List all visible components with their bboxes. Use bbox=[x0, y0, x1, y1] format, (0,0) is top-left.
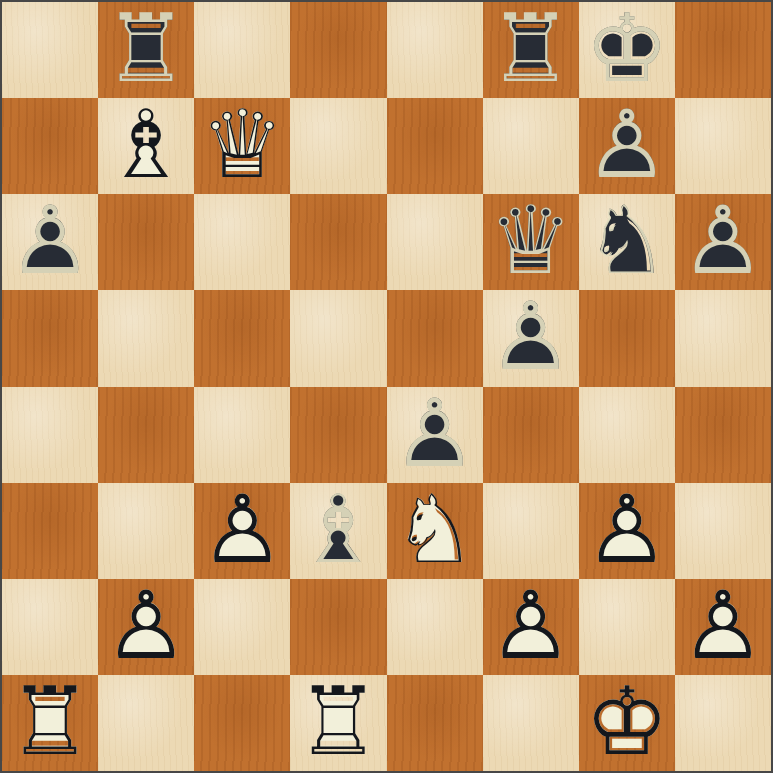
square-g3[interactable]: ♟♙ bbox=[579, 483, 675, 579]
square-c7[interactable]: ♛♕ bbox=[194, 98, 290, 194]
square-f6[interactable]: ♛♕ bbox=[483, 194, 579, 290]
square-d4[interactable] bbox=[290, 387, 386, 483]
square-g4[interactable] bbox=[579, 387, 675, 483]
square-f1[interactable] bbox=[483, 675, 579, 771]
square-e6[interactable] bbox=[387, 194, 483, 290]
square-h6[interactable]: ♟♙ bbox=[675, 194, 771, 290]
piece-black-queen-f6[interactable]: ♛♕ bbox=[483, 194, 579, 290]
piece-white-queen-c7[interactable]: ♛♕ bbox=[194, 98, 290, 194]
piece-black-knight-g6[interactable]: ♞♘ bbox=[579, 194, 675, 290]
square-h4[interactable] bbox=[675, 387, 771, 483]
piece-black-pawn-f5[interactable]: ♟♙ bbox=[483, 290, 579, 386]
chess-app: ♜♖♜♖♚♔♝♗♛♕♟♙♟♙♛♕♞♘♟♙♟♙♟♙♟♙♝♗♞♘♟♙♟♙♟♙♟♙♜♖… bbox=[0, 0, 773, 773]
piece-black-pawn-h6[interactable]: ♟♙ bbox=[675, 194, 771, 290]
square-e2[interactable] bbox=[387, 579, 483, 675]
square-a6[interactable]: ♟♙ bbox=[2, 194, 98, 290]
piece-white-pawn-b2[interactable]: ♟♙ bbox=[98, 579, 194, 675]
square-f4[interactable] bbox=[483, 387, 579, 483]
square-e4[interactable]: ♟♙ bbox=[387, 387, 483, 483]
square-h3[interactable] bbox=[675, 483, 771, 579]
square-b3[interactable] bbox=[98, 483, 194, 579]
square-f3[interactable] bbox=[483, 483, 579, 579]
square-b2[interactable]: ♟♙ bbox=[98, 579, 194, 675]
chess-board: ♜♖♜♖♚♔♝♗♛♕♟♙♟♙♛♕♞♘♟♙♟♙♟♙♟♙♝♗♞♘♟♙♟♙♟♙♟♙♜♖… bbox=[0, 0, 773, 773]
square-g1[interactable]: ♚♔ bbox=[579, 675, 675, 771]
square-e1[interactable] bbox=[387, 675, 483, 771]
square-h2[interactable]: ♟♙ bbox=[675, 579, 771, 675]
square-d7[interactable] bbox=[290, 98, 386, 194]
black-rook-outline-icon: ♖ bbox=[483, 1, 579, 97]
black-pawn-outline-icon: ♙ bbox=[387, 386, 483, 482]
square-g5[interactable] bbox=[579, 290, 675, 386]
square-c8[interactable] bbox=[194, 2, 290, 98]
square-a1[interactable]: ♜♖ bbox=[2, 675, 98, 771]
piece-white-knight-e3[interactable]: ♞♘ bbox=[387, 483, 483, 579]
square-a2[interactable] bbox=[2, 579, 98, 675]
piece-white-pawn-g3[interactable]: ♟♙ bbox=[579, 483, 675, 579]
white-pawn-outline-icon: ♙ bbox=[483, 578, 579, 674]
piece-white-pawn-c3[interactable]: ♟♙ bbox=[194, 483, 290, 579]
square-f7[interactable] bbox=[483, 98, 579, 194]
square-f2[interactable]: ♟♙ bbox=[483, 579, 579, 675]
black-pawn-outline-icon: ♙ bbox=[579, 97, 675, 193]
square-b5[interactable] bbox=[98, 290, 194, 386]
square-f5[interactable]: ♟♙ bbox=[483, 290, 579, 386]
square-d1[interactable]: ♜♖ bbox=[290, 675, 386, 771]
square-b7[interactable]: ♝♗ bbox=[98, 98, 194, 194]
white-rook-outline-icon: ♖ bbox=[2, 674, 98, 770]
square-h8[interactable] bbox=[675, 2, 771, 98]
piece-black-pawn-e4[interactable]: ♟♙ bbox=[387, 387, 483, 483]
square-a3[interactable] bbox=[2, 483, 98, 579]
square-d2[interactable] bbox=[290, 579, 386, 675]
square-h1[interactable] bbox=[675, 675, 771, 771]
piece-black-rook-b8[interactable]: ♜♖ bbox=[98, 2, 194, 98]
black-bishop-outline-icon: ♗ bbox=[290, 482, 386, 578]
piece-black-bishop-d3[interactable]: ♝♗ bbox=[290, 483, 386, 579]
square-e8[interactable] bbox=[387, 2, 483, 98]
square-a7[interactable] bbox=[2, 98, 98, 194]
square-d3[interactable]: ♝♗ bbox=[290, 483, 386, 579]
black-rook-outline-icon: ♖ bbox=[98, 1, 194, 97]
square-d5[interactable] bbox=[290, 290, 386, 386]
black-king-outline-icon: ♔ bbox=[579, 1, 675, 97]
square-h5[interactable] bbox=[675, 290, 771, 386]
white-pawn-outline-icon: ♙ bbox=[675, 578, 771, 674]
square-c3[interactable]: ♟♙ bbox=[194, 483, 290, 579]
piece-white-king-g1[interactable]: ♚♔ bbox=[579, 675, 675, 771]
square-b1[interactable] bbox=[98, 675, 194, 771]
square-f8[interactable]: ♜♖ bbox=[483, 2, 579, 98]
black-knight-outline-icon: ♘ bbox=[579, 193, 675, 289]
square-a4[interactable] bbox=[2, 387, 98, 483]
square-b6[interactable] bbox=[98, 194, 194, 290]
black-pawn-outline-icon: ♙ bbox=[2, 193, 98, 289]
black-pawn-outline-icon: ♙ bbox=[483, 289, 579, 385]
piece-white-bishop-b7[interactable]: ♝♗ bbox=[98, 98, 194, 194]
piece-white-rook-d1[interactable]: ♜♖ bbox=[290, 675, 386, 771]
piece-black-king-g8[interactable]: ♚♔ bbox=[579, 2, 675, 98]
piece-white-pawn-f2[interactable]: ♟♙ bbox=[483, 579, 579, 675]
square-e5[interactable] bbox=[387, 290, 483, 386]
square-g8[interactable]: ♚♔ bbox=[579, 2, 675, 98]
white-pawn-outline-icon: ♙ bbox=[98, 578, 194, 674]
square-c5[interactable] bbox=[194, 290, 290, 386]
square-c6[interactable] bbox=[194, 194, 290, 290]
square-e3[interactable]: ♞♘ bbox=[387, 483, 483, 579]
white-king-outline-icon: ♔ bbox=[579, 674, 675, 770]
piece-black-pawn-a6[interactable]: ♟♙ bbox=[2, 194, 98, 290]
piece-black-rook-f8[interactable]: ♜♖ bbox=[483, 2, 579, 98]
square-a5[interactable] bbox=[2, 290, 98, 386]
square-e7[interactable] bbox=[387, 98, 483, 194]
white-bishop-outline-icon: ♗ bbox=[98, 97, 194, 193]
piece-black-pawn-g7[interactable]: ♟♙ bbox=[579, 98, 675, 194]
piece-white-pawn-h2[interactable]: ♟♙ bbox=[675, 579, 771, 675]
white-queen-outline-icon: ♕ bbox=[194, 97, 290, 193]
square-g7[interactable]: ♟♙ bbox=[579, 98, 675, 194]
square-b4[interactable] bbox=[98, 387, 194, 483]
white-pawn-outline-icon: ♙ bbox=[194, 482, 290, 578]
square-g2[interactable] bbox=[579, 579, 675, 675]
square-d6[interactable] bbox=[290, 194, 386, 290]
square-d8[interactable] bbox=[290, 2, 386, 98]
square-c4[interactable] bbox=[194, 387, 290, 483]
square-g6[interactable]: ♞♘ bbox=[579, 194, 675, 290]
white-pawn-outline-icon: ♙ bbox=[579, 482, 675, 578]
black-pawn-outline-icon: ♙ bbox=[675, 193, 771, 289]
square-b8[interactable]: ♜♖ bbox=[98, 2, 194, 98]
square-c2[interactable] bbox=[194, 579, 290, 675]
white-knight-outline-icon: ♘ bbox=[387, 482, 483, 578]
piece-white-rook-a1[interactable]: ♜♖ bbox=[2, 675, 98, 771]
black-queen-outline-icon: ♕ bbox=[483, 193, 579, 289]
white-rook-outline-icon: ♖ bbox=[290, 674, 386, 770]
square-a8[interactable] bbox=[2, 2, 98, 98]
square-c1[interactable] bbox=[194, 675, 290, 771]
square-h7[interactable] bbox=[675, 98, 771, 194]
